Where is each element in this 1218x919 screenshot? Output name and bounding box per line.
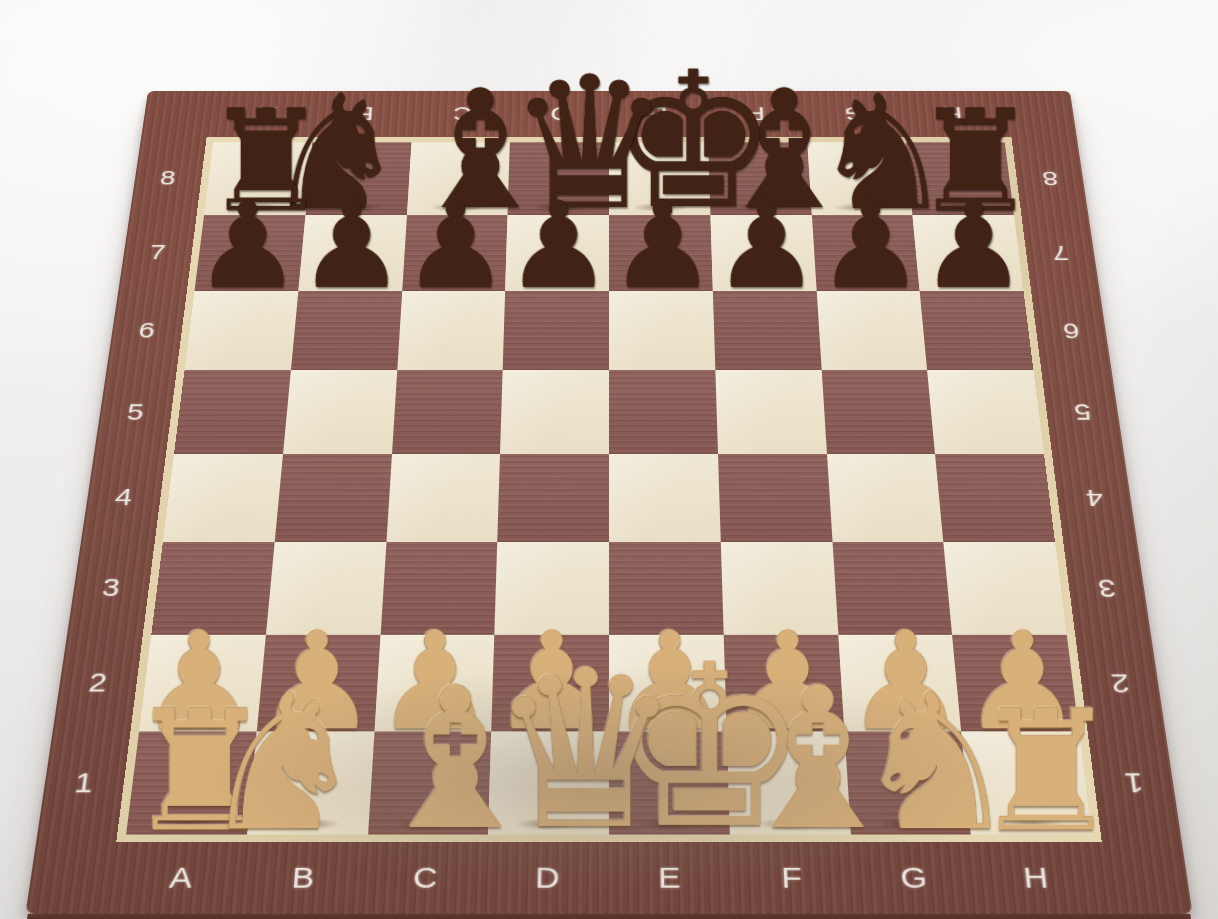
square-h5[interactable]	[927, 370, 1044, 454]
square-h6[interactable]	[920, 291, 1034, 371]
square-d2[interactable]: ♟	[492, 634, 609, 731]
piece-white-king-e1[interactable]: ♚	[609, 656, 730, 840]
square-h4[interactable]	[935, 454, 1055, 542]
square-c4[interactable]	[386, 454, 500, 542]
square-b5[interactable]	[283, 370, 397, 454]
square-e5[interactable]	[609, 370, 718, 454]
piece-white-bishop-f1[interactable]: ♝	[730, 680, 851, 840]
piece-contact-shadow	[382, 816, 474, 833]
playing-area: ♜♞♝♛♚♝♞♜♟♟♟♟♟♟♟♟♟♟♟♟♟♟♟♟♜♞♝♛♚♝♞♜	[116, 137, 1102, 842]
square-d3[interactable]	[495, 542, 609, 634]
square-e7[interactable]: ♟	[609, 215, 713, 291]
piece-black-pawn-b7[interactable]: ♟	[298, 197, 402, 295]
square-f2[interactable]: ♟	[723, 634, 844, 731]
piece-white-pawn-a2[interactable]: ♟	[138, 626, 256, 737]
square-a4[interactable]	[163, 454, 283, 542]
square-b3[interactable]	[266, 542, 386, 634]
square-f4[interactable]	[718, 454, 832, 542]
piece-contact-shadow	[271, 714, 361, 730]
piece-black-pawn-g7[interactable]: ♟	[816, 197, 920, 295]
piece-white-pawn-h2[interactable]: ♟	[962, 626, 1080, 737]
piece-contact-shadow	[388, 714, 478, 730]
board-squares: ♜♞♝♛♚♝♞♜♟♟♟♟♟♟♟♟♟♟♟♟♟♟♟♟♜♞♝♛♚♝♞♜	[126, 142, 1092, 834]
square-f6[interactable]	[713, 291, 822, 371]
square-e1[interactable]: ♚	[609, 732, 730, 835]
piece-black-pawn-c7[interactable]: ♟	[402, 197, 506, 295]
square-e4[interactable]	[609, 454, 721, 542]
coordinate-label-e: E	[609, 842, 732, 914]
square-f3[interactable]	[721, 542, 838, 634]
piece-white-pawn-b2[interactable]: ♟	[256, 626, 374, 737]
square-c5[interactable]	[392, 370, 503, 454]
square-c7[interactable]: ♟	[402, 215, 508, 291]
coordinate-label-6: 6	[1031, 291, 1111, 371]
coordinate-label-c: C	[363, 842, 488, 914]
square-g2[interactable]: ♟	[838, 634, 962, 731]
piece-white-queen-d1[interactable]: ♛	[488, 662, 609, 841]
piece-white-pawn-e2[interactable]: ♟	[609, 626, 727, 737]
square-b6[interactable]	[291, 291, 402, 371]
coordinate-label-4: 4	[1052, 454, 1137, 542]
piece-contact-shadow	[141, 816, 234, 833]
piece-contact-shadow	[506, 714, 595, 730]
square-a6[interactable]	[185, 291, 299, 371]
piece-contact-shadow	[503, 816, 595, 833]
square-f1[interactable]: ♝	[726, 732, 850, 835]
piece-black-pawn-h7[interactable]: ♟	[920, 197, 1024, 295]
piece-contact-shadow	[262, 816, 355, 833]
square-g1[interactable]: ♞	[844, 732, 971, 835]
coordinate-label-3: 3	[1063, 542, 1151, 634]
square-c6[interactable]	[397, 291, 506, 371]
coordinate-label-a: A	[116, 842, 246, 914]
coordinate-label-1: 1	[1088, 732, 1181, 835]
square-e3[interactable]	[609, 542, 723, 634]
piece-black-pawn-e7[interactable]: ♟	[609, 197, 713, 295]
board-side-edge	[25, 914, 1192, 919]
file-labels-bottom: ABCDEFGH	[116, 842, 1102, 914]
piece-black-pawn-f7[interactable]: ♟	[713, 197, 817, 295]
piece-contact-shadow	[623, 816, 715, 833]
square-c1[interactable]: ♝	[368, 732, 492, 835]
square-g5[interactable]	[821, 370, 935, 454]
coordinate-label-5: 5	[94, 370, 177, 454]
piece-white-knight-g1[interactable]: ♞	[851, 685, 972, 840]
coordinate-label-6: 6	[106, 291, 186, 371]
piece-contact-shadow	[984, 816, 1077, 833]
coordinate-label-5: 5	[1041, 370, 1124, 454]
chess-board: ABCDEFGH ABCDEFGH 87654321 87654321 ♜♞♝♛…	[25, 91, 1192, 914]
coordinate-label-7: 7	[118, 215, 196, 291]
piece-white-pawn-c2[interactable]: ♟	[374, 626, 492, 737]
square-a7[interactable]: ♟	[195, 215, 306, 291]
coordinate-label-4: 4	[81, 454, 166, 542]
square-h7[interactable]: ♟	[913, 215, 1024, 291]
coordinate-label-d: D	[486, 842, 609, 914]
square-d1[interactable]: ♛	[488, 732, 609, 835]
piece-white-rook-a1[interactable]: ♜	[125, 704, 246, 841]
square-g6[interactable]	[816, 291, 927, 371]
coordinate-label-1: 1	[37, 732, 130, 835]
square-g7[interactable]: ♟	[811, 215, 919, 291]
piece-contact-shadow	[744, 816, 836, 833]
piece-contact-shadow	[857, 714, 947, 730]
square-f5[interactable]	[715, 370, 826, 454]
square-b1[interactable]: ♞	[247, 732, 374, 835]
square-g4[interactable]	[827, 454, 944, 542]
piece-contact-shadow	[864, 816, 957, 833]
square-f7[interactable]: ♟	[710, 215, 816, 291]
coordinate-label-h: H	[972, 842, 1102, 914]
square-e2[interactable]: ♟	[609, 634, 726, 731]
square-b4[interactable]	[274, 454, 391, 542]
piece-contact-shadow	[974, 714, 1065, 730]
square-a2[interactable]: ♟	[139, 634, 266, 731]
square-b7[interactable]: ♟	[298, 215, 406, 291]
coordinate-label-7: 7	[1021, 215, 1099, 291]
square-d5[interactable]	[500, 370, 609, 454]
square-b2[interactable]: ♟	[257, 634, 381, 731]
square-h2[interactable]: ♟	[952, 634, 1079, 731]
square-h1[interactable]: ♜	[961, 732, 1091, 835]
square-c3[interactable]	[380, 542, 497, 634]
piece-contact-shadow	[740, 714, 830, 730]
piece-white-bishop-c1[interactable]: ♝	[367, 680, 488, 840]
piece-white-rook-h1[interactable]: ♜	[972, 704, 1093, 841]
coordinate-label-f: F	[730, 842, 855, 914]
square-d4[interactable]	[497, 454, 609, 542]
piece-white-pawn-f2[interactable]: ♟	[727, 626, 845, 737]
square-d7[interactable]: ♟	[505, 215, 609, 291]
square-g3[interactable]	[832, 542, 952, 634]
piece-white-knight-b1[interactable]: ♞	[246, 685, 367, 840]
square-d6[interactable]	[503, 291, 609, 371]
coordinate-label-2: 2	[1075, 634, 1165, 731]
piece-white-pawn-d2[interactable]: ♟	[491, 626, 609, 737]
square-a1[interactable]: ♜	[126, 732, 256, 835]
piece-black-pawn-a7[interactable]: ♟	[194, 197, 298, 295]
coordinate-label-g: G	[851, 842, 979, 914]
square-c2[interactable]: ♟	[374, 634, 495, 731]
square-h3[interactable]	[944, 542, 1067, 634]
square-a3[interactable]	[151, 542, 274, 634]
piece-black-pawn-d7[interactable]: ♟	[505, 197, 609, 295]
square-e6[interactable]	[609, 291, 715, 371]
square-a5[interactable]	[174, 370, 291, 454]
piece-contact-shadow	[153, 714, 244, 730]
tablecloth-background: ABCDEFGH ABCDEFGH 87654321 87654321 ♜♞♝♛…	[0, 0, 1218, 919]
piece-contact-shadow	[623, 714, 712, 730]
coordinate-label-3: 3	[67, 542, 155, 634]
coordinate-label-b: B	[239, 842, 367, 914]
piece-white-pawn-g2[interactable]: ♟	[844, 626, 962, 737]
coordinate-label-2: 2	[53, 634, 143, 731]
